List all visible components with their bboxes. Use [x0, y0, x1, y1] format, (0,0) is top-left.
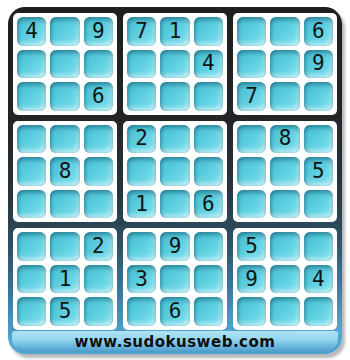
cell-r7c6[interactable] [194, 232, 223, 261]
cell-r5c7[interactable] [237, 157, 266, 186]
box-9: 594 [233, 228, 337, 330]
cell-r8c2[interactable]: 1 [50, 265, 79, 294]
cell-r4c9[interactable] [304, 125, 333, 154]
cell-r9c4[interactable] [127, 297, 156, 326]
cell-r4c6[interactable] [194, 125, 223, 154]
cell-r3c2[interactable] [50, 82, 79, 111]
cell-r3c1[interactable] [17, 82, 46, 111]
cell-r8c5[interactable] [160, 265, 189, 294]
box-7: 215 [13, 228, 117, 330]
cell-r6c2[interactable] [50, 190, 79, 219]
cell-r2c2[interactable] [50, 50, 79, 79]
cell-r9c5[interactable]: 6 [160, 297, 189, 326]
cell-r1c8[interactable] [270, 17, 299, 46]
cell-r4c5[interactable] [160, 125, 189, 154]
cell-r9c8[interactable] [270, 297, 299, 326]
cell-r1c5[interactable]: 1 [160, 17, 189, 46]
cell-r3c6[interactable] [194, 82, 223, 111]
cell-r4c3[interactable] [84, 125, 113, 154]
cell-r7c7[interactable]: 5 [237, 232, 266, 261]
page: 496714697821685215936594 www.sudokusweb.… [0, 0, 350, 360]
cell-r4c7[interactable] [237, 125, 266, 154]
cell-r1c4[interactable]: 7 [127, 17, 156, 46]
sudoku-grid: 496714697821685215936594 [13, 13, 337, 330]
cell-r2c5[interactable] [160, 50, 189, 79]
cell-r7c3[interactable]: 2 [84, 232, 113, 261]
cell-r1c1[interactable]: 4 [17, 17, 46, 46]
cell-r7c5[interactable]: 9 [160, 232, 189, 261]
cell-r6c8[interactable] [270, 190, 299, 219]
cell-r1c7[interactable] [237, 17, 266, 46]
cell-r3c7[interactable]: 7 [237, 82, 266, 111]
cell-r9c9[interactable] [304, 297, 333, 326]
cell-r6c3[interactable] [84, 190, 113, 219]
cell-r9c6[interactable] [194, 297, 223, 326]
cell-r4c1[interactable] [17, 125, 46, 154]
cell-r2c8[interactable] [270, 50, 299, 79]
cell-r2c6[interactable]: 4 [194, 50, 223, 79]
cell-r5c3[interactable] [84, 157, 113, 186]
cell-r6c5[interactable] [160, 190, 189, 219]
cell-r2c7[interactable] [237, 50, 266, 79]
cell-r8c9[interactable]: 4 [304, 265, 333, 294]
cell-r9c7[interactable] [237, 297, 266, 326]
cell-r9c3[interactable] [84, 297, 113, 326]
cell-r6c6[interactable]: 6 [194, 190, 223, 219]
cell-r5c9[interactable]: 5 [304, 157, 333, 186]
cell-r8c1[interactable] [17, 265, 46, 294]
cell-r3c8[interactable] [270, 82, 299, 111]
cell-r8c7[interactable]: 9 [237, 265, 266, 294]
cell-r6c4[interactable]: 1 [127, 190, 156, 219]
cell-r7c1[interactable] [17, 232, 46, 261]
cell-r8c3[interactable] [84, 265, 113, 294]
cell-r2c4[interactable] [127, 50, 156, 79]
cell-r4c8[interactable]: 8 [270, 125, 299, 154]
cell-r5c8[interactable] [270, 157, 299, 186]
cell-r1c2[interactable] [50, 17, 79, 46]
cell-r1c9[interactable]: 6 [304, 17, 333, 46]
cell-r9c2[interactable]: 5 [50, 297, 79, 326]
cell-r4c4[interactable]: 2 [127, 125, 156, 154]
cell-r7c8[interactable] [270, 232, 299, 261]
box-3: 697 [233, 13, 337, 115]
cell-r3c9[interactable] [304, 82, 333, 111]
cell-r6c9[interactable] [304, 190, 333, 219]
cell-r2c9[interactable]: 9 [304, 50, 333, 79]
cell-r5c1[interactable] [17, 157, 46, 186]
cell-r5c5[interactable] [160, 157, 189, 186]
cell-r8c6[interactable] [194, 265, 223, 294]
footer-bar: www.sudokusweb.com [12, 331, 338, 352]
cell-r5c4[interactable] [127, 157, 156, 186]
cell-r6c7[interactable] [237, 190, 266, 219]
cell-r3c5[interactable] [160, 82, 189, 111]
cell-r5c2[interactable]: 8 [50, 157, 79, 186]
cell-r9c1[interactable] [17, 297, 46, 326]
cell-r2c1[interactable] [17, 50, 46, 79]
cell-r3c4[interactable] [127, 82, 156, 111]
cell-r7c2[interactable] [50, 232, 79, 261]
cell-r2c3[interactable] [84, 50, 113, 79]
box-5: 216 [123, 121, 227, 223]
cell-r8c4[interactable]: 3 [127, 265, 156, 294]
cell-r5c6[interactable] [194, 157, 223, 186]
cell-r1c3[interactable]: 9 [84, 17, 113, 46]
sudoku-board: 496714697821685215936594 www.sudokusweb.… [8, 7, 342, 354]
website-link[interactable]: www.sudokusweb.com [75, 333, 276, 351]
box-8: 936 [123, 228, 227, 330]
cell-r6c1[interactable] [17, 190, 46, 219]
cell-r7c9[interactable] [304, 232, 333, 261]
box-4: 8 [13, 121, 117, 223]
cell-r7c4[interactable] [127, 232, 156, 261]
cell-r8c8[interactable] [270, 265, 299, 294]
cell-r3c3[interactable]: 6 [84, 82, 113, 111]
cell-r4c2[interactable] [50, 125, 79, 154]
box-6: 85 [233, 121, 337, 223]
box-1: 496 [13, 13, 117, 115]
box-2: 714 [123, 13, 227, 115]
cell-r1c6[interactable] [194, 17, 223, 46]
